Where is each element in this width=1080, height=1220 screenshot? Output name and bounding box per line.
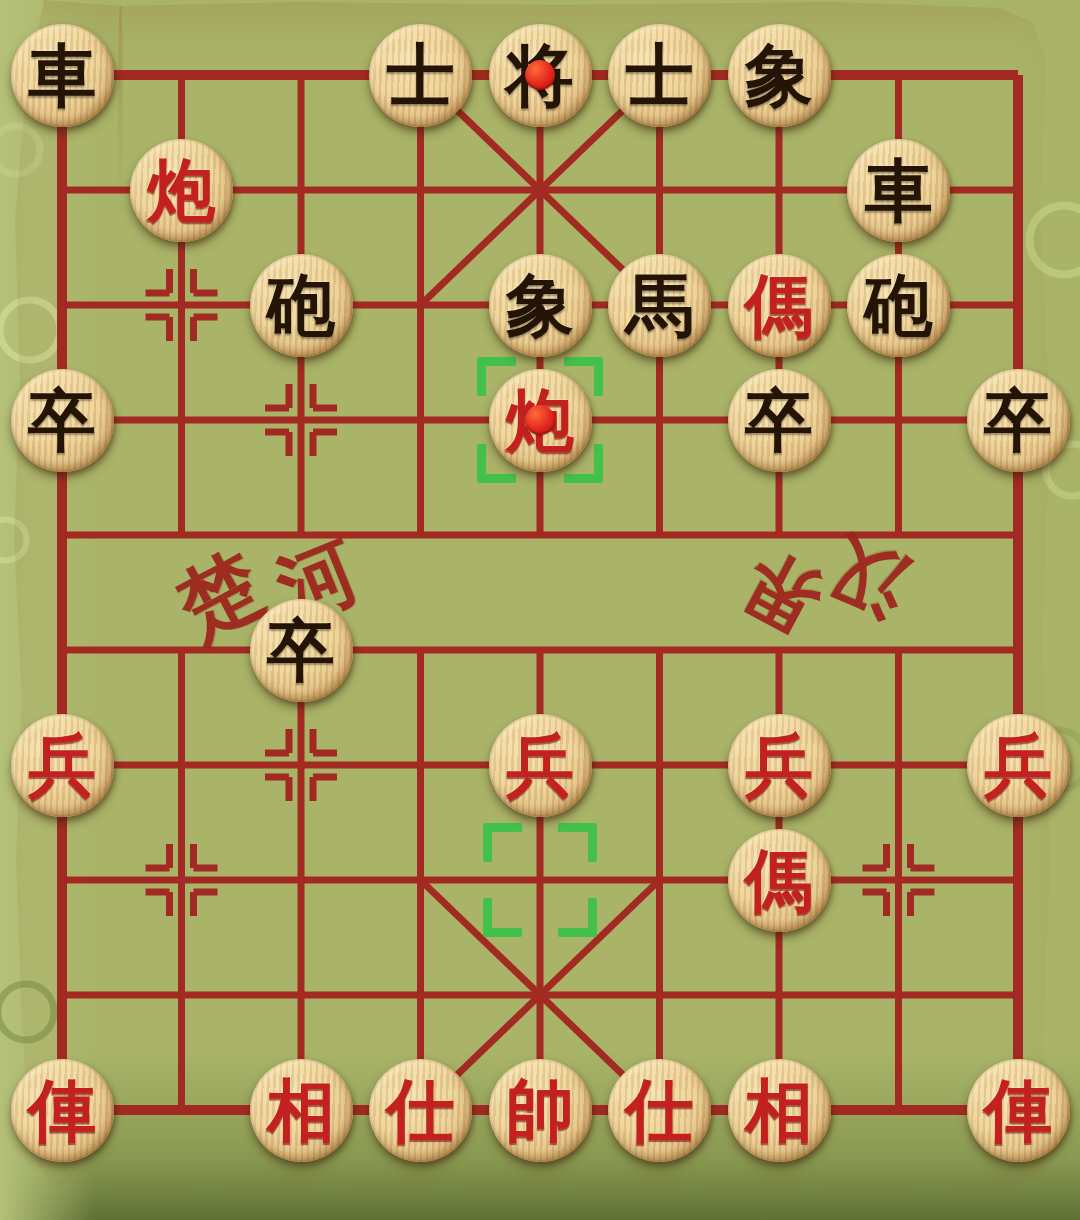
piece-glyph: 卒 xyxy=(267,617,335,685)
board-point[interactable] xyxy=(600,708,720,823)
board-point[interactable] xyxy=(361,363,481,478)
piece-glyph: 兵 xyxy=(28,732,96,800)
board-point[interactable] xyxy=(241,938,361,1053)
board-point[interactable] xyxy=(122,478,242,593)
board-point[interactable] xyxy=(122,1053,242,1168)
board-point[interactable] xyxy=(839,363,959,478)
board-point[interactable] xyxy=(600,133,720,248)
piece-glyph: 卒 xyxy=(28,387,96,455)
board-point[interactable] xyxy=(241,363,361,478)
board-point[interactable]: 帥 xyxy=(480,1053,600,1168)
piece-glyph: 象 xyxy=(506,272,574,340)
piece-black-soldier[interactable]: 卒 xyxy=(250,599,353,702)
board-point[interactable]: 兵 xyxy=(2,708,122,823)
piece-glyph: 車 xyxy=(28,42,96,110)
board-points-grid: 車士将士象炮車砲象馬傌砲卒炮卒卒卒兵兵兵兵傌俥相仕帥仕相俥 xyxy=(2,18,1078,1168)
board-point[interactable] xyxy=(2,593,122,708)
piece-glyph: 仕 xyxy=(387,1077,455,1145)
board-point[interactable] xyxy=(600,478,720,593)
board-point[interactable] xyxy=(839,593,959,708)
board-point[interactable] xyxy=(2,478,122,593)
piece-black-soldier[interactable]: 卒 xyxy=(728,369,831,472)
board-point[interactable]: 炮 xyxy=(480,363,600,478)
piece-black-chariot[interactable]: 車 xyxy=(11,24,114,127)
board-point[interactable]: 炮 xyxy=(122,133,242,248)
board-point[interactable]: 兵 xyxy=(958,708,1078,823)
board-point[interactable] xyxy=(122,248,242,363)
piece-glyph: 馬 xyxy=(626,272,694,340)
board-point[interactable]: 卒 xyxy=(2,363,122,478)
board-point[interactable] xyxy=(361,478,481,593)
piece-glyph: 仕 xyxy=(626,1077,694,1145)
board-point[interactable]: 相 xyxy=(719,1053,839,1168)
board-point[interactable] xyxy=(122,823,242,938)
board-point[interactable] xyxy=(958,823,1078,938)
piece-red-elephant[interactable]: 相 xyxy=(728,1059,831,1162)
board-point[interactable] xyxy=(600,938,720,1053)
board-point[interactable] xyxy=(241,478,361,593)
piece-glyph: 傌 xyxy=(745,847,813,915)
piece-glyph: 卒 xyxy=(745,387,813,455)
board-point[interactable]: 卒 xyxy=(241,593,361,708)
piece-black-elephant[interactable]: 象 xyxy=(728,24,831,127)
piece-glyph: 兵 xyxy=(745,732,813,800)
board-point[interactable] xyxy=(839,1053,959,1168)
board-point[interactable] xyxy=(2,133,122,248)
board-point[interactable] xyxy=(958,18,1078,133)
board-point[interactable] xyxy=(480,133,600,248)
piece-red-soldier[interactable]: 兵 xyxy=(728,714,831,817)
board-point[interactable] xyxy=(122,708,242,823)
board-point[interactable] xyxy=(719,593,839,708)
piece-red-soldier[interactable]: 兵 xyxy=(489,714,592,817)
board-point[interactable] xyxy=(958,593,1078,708)
board-point[interactable] xyxy=(122,363,242,478)
piece-glyph: 士 xyxy=(387,42,455,110)
piece-red-chariot[interactable]: 俥 xyxy=(11,1059,114,1162)
piece-red-horse[interactable]: 傌 xyxy=(728,829,831,932)
board-point[interactable] xyxy=(600,823,720,938)
piece-glyph: 卒 xyxy=(984,387,1052,455)
piece-black-horse[interactable]: 馬 xyxy=(608,254,711,357)
piece-red-horse[interactable]: 傌 xyxy=(728,254,831,357)
board-point[interactable] xyxy=(361,593,481,708)
board-point[interactable] xyxy=(480,823,600,938)
board-point[interactable]: 卒 xyxy=(958,363,1078,478)
piece-red-cannon[interactable]: 炮 xyxy=(489,369,592,472)
board-point[interactable] xyxy=(839,938,959,1053)
board-point[interactable] xyxy=(839,478,959,593)
piece-black-cannon[interactable]: 砲 xyxy=(847,254,950,357)
board-point[interactable]: 象 xyxy=(480,248,600,363)
piece-red-soldier[interactable]: 兵 xyxy=(11,714,114,817)
piece-glyph: 帥 xyxy=(506,1077,574,1145)
board-point[interactable]: 仕 xyxy=(361,1053,481,1168)
piece-black-chariot[interactable]: 車 xyxy=(847,139,950,242)
piece-black-soldier[interactable]: 卒 xyxy=(11,369,114,472)
board-point[interactable]: 俥 xyxy=(958,1053,1078,1168)
piece-glyph: 相 xyxy=(745,1077,813,1145)
board-point[interactable] xyxy=(480,938,600,1053)
board-point[interactable]: 卒 xyxy=(719,363,839,478)
piece-black-advisor[interactable]: 士 xyxy=(608,24,711,127)
board-point[interactable]: 将 xyxy=(480,18,600,133)
piece-glyph: 車 xyxy=(865,157,933,225)
board-point[interactable]: 相 xyxy=(241,1053,361,1168)
piece-glyph: 象 xyxy=(745,42,813,110)
board-point[interactable] xyxy=(361,133,481,248)
board-point[interactable]: 傌 xyxy=(719,823,839,938)
piece-glyph: 俥 xyxy=(28,1077,96,1145)
piece-red-cannon[interactable]: 炮 xyxy=(130,139,233,242)
board-point[interactable] xyxy=(2,823,122,938)
board-point[interactable] xyxy=(2,938,122,1053)
piece-glyph: 炮 xyxy=(148,157,216,225)
board-point[interactable]: 砲 xyxy=(839,248,959,363)
piece-red-chariot[interactable]: 俥 xyxy=(967,1059,1070,1162)
piece-glyph: 士 xyxy=(626,42,694,110)
piece-red-elephant[interactable]: 相 xyxy=(250,1059,353,1162)
board-point[interactable]: 士 xyxy=(361,18,481,133)
board-point[interactable]: 馬 xyxy=(600,248,720,363)
board-point[interactable] xyxy=(719,478,839,593)
board-point[interactable]: 兵 xyxy=(719,708,839,823)
board-point[interactable] xyxy=(122,18,242,133)
piece-glyph: 砲 xyxy=(865,272,933,340)
board-point[interactable] xyxy=(361,708,481,823)
board-point[interactable]: 兵 xyxy=(480,708,600,823)
board-point[interactable]: 車 xyxy=(839,133,959,248)
piece-red-soldier[interactable]: 兵 xyxy=(967,714,1070,817)
piece-black-advisor[interactable]: 士 xyxy=(369,24,472,127)
board-point[interactable] xyxy=(719,133,839,248)
board-point[interactable] xyxy=(958,133,1078,248)
piece-red-general[interactable]: 帥 xyxy=(489,1059,592,1162)
board-point[interactable]: 砲 xyxy=(241,248,361,363)
game-screen: 楚河界汉 車士将士象炮車砲象馬傌砲卒炮卒卒卒兵兵兵兵傌俥相仕帥仕相俥 xyxy=(0,0,1080,1220)
board-point[interactable] xyxy=(839,18,959,133)
piece-glyph: 傌 xyxy=(745,272,813,340)
board-point[interactable] xyxy=(600,363,720,478)
board-point[interactable] xyxy=(839,823,959,938)
piece-black-soldier[interactable]: 卒 xyxy=(967,369,1070,472)
board-point[interactable]: 車 xyxy=(2,18,122,133)
board-point[interactable] xyxy=(600,593,720,708)
piece-glyph: 相 xyxy=(267,1077,335,1145)
board-point[interactable] xyxy=(480,478,600,593)
board-point[interactable] xyxy=(958,938,1078,1053)
piece-black-general[interactable]: 将 xyxy=(489,24,592,127)
board-point[interactable] xyxy=(122,938,242,1053)
board-point[interactable] xyxy=(361,248,481,363)
board-point[interactable] xyxy=(2,248,122,363)
board-point[interactable] xyxy=(958,248,1078,363)
piece-glyph: 俥 xyxy=(984,1077,1052,1145)
board-point[interactable] xyxy=(241,18,361,133)
board-point[interactable] xyxy=(839,708,959,823)
board-point[interactable]: 仕 xyxy=(600,1053,720,1168)
board-point[interactable]: 傌 xyxy=(719,248,839,363)
board-point[interactable] xyxy=(958,478,1078,593)
check-indicator-dot xyxy=(525,60,555,90)
board-point[interactable] xyxy=(241,133,361,248)
board-point[interactable] xyxy=(361,823,481,938)
piece-black-cannon[interactable]: 砲 xyxy=(250,254,353,357)
board-point[interactable]: 士 xyxy=(600,18,720,133)
piece-glyph: 兵 xyxy=(506,732,574,800)
check-indicator-dot xyxy=(525,405,555,435)
board-point[interactable] xyxy=(241,823,361,938)
last-move-origin-highlight xyxy=(483,823,597,937)
board-point[interactable] xyxy=(241,708,361,823)
piece-red-advisor[interactable]: 仕 xyxy=(369,1059,472,1162)
piece-red-advisor[interactable]: 仕 xyxy=(608,1059,711,1162)
board-point[interactable] xyxy=(480,593,600,708)
piece-glyph: 兵 xyxy=(984,732,1052,800)
board-point[interactable] xyxy=(361,938,481,1053)
piece-black-elephant[interactable]: 象 xyxy=(489,254,592,357)
board-point[interactable] xyxy=(122,593,242,708)
piece-glyph: 砲 xyxy=(267,272,335,340)
board-point[interactable]: 象 xyxy=(719,18,839,133)
board-point[interactable]: 俥 xyxy=(2,1053,122,1168)
board-point[interactable] xyxy=(719,938,839,1053)
